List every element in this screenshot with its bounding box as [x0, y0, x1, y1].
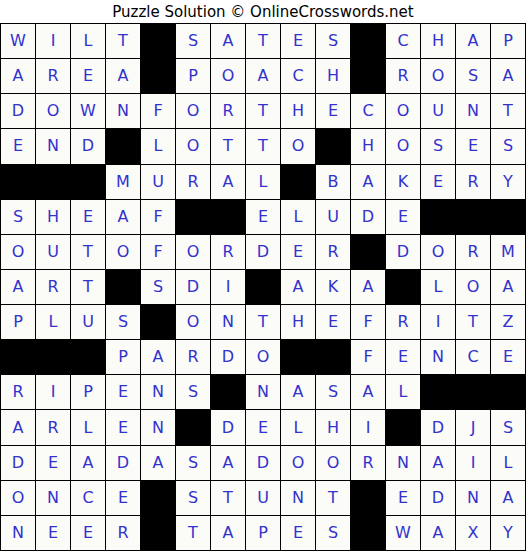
letter-cell-r7c6: O — [176, 235, 211, 270]
letter-cell-r1c10: S — [316, 24, 351, 59]
letter-cell-r14c14: N — [456, 481, 491, 516]
crossword-solution-page: Puzzle Solution © OnlineCrosswords.net W… — [0, 0, 526, 551]
letter-cell-r1c3: L — [71, 24, 106, 59]
letter-cell-r1c15: P — [491, 24, 526, 59]
letter-cell-r13c11: R — [351, 446, 386, 481]
letter-cell-r2c13: O — [421, 59, 456, 94]
letter-cell-r1c9: E — [281, 24, 316, 59]
letter-cell-r2c9: C — [281, 59, 316, 94]
letter-cell-r12c1: A — [1, 410, 36, 445]
letter-cell-r7c14: R — [456, 235, 491, 270]
letter-cell-r3c6: O — [176, 94, 211, 129]
letter-cell-r4c8: T — [246, 129, 281, 164]
letter-cell-r13c2: E — [36, 446, 71, 481]
letter-cell-r1c1: W — [1, 24, 36, 59]
letter-cell-r13c14: I — [456, 446, 491, 481]
letter-cell-r6c3: E — [71, 200, 106, 235]
black-cell-r14c5 — [141, 481, 176, 516]
letter-cell-r10c13: N — [421, 340, 456, 375]
black-cell-r11c7 — [211, 375, 246, 410]
letter-cell-r11c5: N — [141, 375, 176, 410]
letter-cell-r8c3: T — [71, 270, 106, 305]
black-cell-r5c3 — [71, 165, 106, 200]
letter-cell-r2c12: R — [386, 59, 421, 94]
letter-cell-r14c6: S — [176, 481, 211, 516]
letter-cell-r14c1: O — [1, 481, 36, 516]
letter-cell-r8c9: A — [281, 270, 316, 305]
letter-cell-r11c8: N — [246, 375, 281, 410]
letter-cell-r1c2: I — [36, 24, 71, 59]
black-cell-r10c9 — [281, 340, 316, 375]
letter-cell-r1c6: S — [176, 24, 211, 59]
letter-cell-r5c10: B — [316, 165, 351, 200]
letter-cell-r13c8: D — [246, 446, 281, 481]
black-cell-r2c5 — [141, 59, 176, 94]
letter-cell-r4c15: S — [491, 129, 526, 164]
letter-cell-r8c7: I — [211, 270, 246, 305]
letter-cell-r8c1: A — [1, 270, 36, 305]
letter-cell-r3c7: R — [211, 94, 246, 129]
letter-cell-r12c5: N — [141, 410, 176, 445]
letter-cell-r2c1: A — [1, 59, 36, 94]
letter-cell-r5c8: L — [246, 165, 281, 200]
letter-cell-r3c14: N — [456, 94, 491, 129]
letter-cell-r5c7: A — [211, 165, 246, 200]
letter-cell-r6c9: L — [281, 200, 316, 235]
letter-cell-r2c10: H — [316, 59, 351, 94]
letter-cell-r5c11: A — [351, 165, 386, 200]
black-cell-r2c11 — [351, 59, 386, 94]
letter-cell-r9c12: R — [386, 305, 421, 340]
letter-cell-r13c13: A — [421, 446, 456, 481]
letter-cell-r11c4: E — [106, 375, 141, 410]
letter-cell-r8c14: O — [456, 270, 491, 305]
letter-cell-r9c4: S — [106, 305, 141, 340]
letter-cell-r10c6: R — [176, 340, 211, 375]
letter-cell-r3c3: W — [71, 94, 106, 129]
black-cell-r1c11 — [351, 24, 386, 59]
letter-cell-r4c5: L — [141, 129, 176, 164]
letter-cell-r3c4: N — [106, 94, 141, 129]
letter-cell-r14c7: T — [211, 481, 246, 516]
black-cell-r14c11 — [351, 481, 386, 516]
letter-cell-r13c10: O — [316, 446, 351, 481]
letter-cell-r14c2: N — [36, 481, 71, 516]
letter-cell-r8c5: S — [141, 270, 176, 305]
letter-cell-r12c15: S — [491, 410, 526, 445]
black-cell-r8c8 — [246, 270, 281, 305]
black-cell-r11c13 — [421, 375, 456, 410]
letter-cell-r12c11: I — [351, 410, 386, 445]
letter-cell-r8c10: K — [316, 270, 351, 305]
letter-cell-r2c6: P — [176, 59, 211, 94]
black-cell-r11c14 — [456, 375, 491, 410]
letter-cell-r4c6: O — [176, 129, 211, 164]
black-cell-r6c13 — [421, 200, 456, 235]
letter-cell-r5c15: Y — [491, 165, 526, 200]
letter-cell-r7c5: F — [141, 235, 176, 270]
letter-cell-r9c6: O — [176, 305, 211, 340]
letter-cell-r10c4: P — [106, 340, 141, 375]
letter-cell-r12c8: E — [246, 410, 281, 445]
black-cell-r15c11 — [351, 516, 386, 551]
letter-cell-r9c13: I — [421, 305, 456, 340]
letter-cell-r12c4: E — [106, 410, 141, 445]
letter-cell-r2c15: A — [491, 59, 526, 94]
letter-cell-r14c13: D — [421, 481, 456, 516]
letter-cell-r11c9: A — [281, 375, 316, 410]
black-cell-r5c2 — [36, 165, 71, 200]
black-cell-r7c11 — [351, 235, 386, 270]
letter-cell-r8c2: R — [36, 270, 71, 305]
letter-cell-r15c8: P — [246, 516, 281, 551]
black-cell-r10c1 — [1, 340, 36, 375]
letter-cell-r15c10: S — [316, 516, 351, 551]
letter-cell-r3c2: O — [36, 94, 71, 129]
letter-cell-r7c10: R — [316, 235, 351, 270]
letter-cell-r5c5: U — [141, 165, 176, 200]
letter-cell-r9c7: N — [211, 305, 246, 340]
black-cell-r15c5 — [141, 516, 176, 551]
black-cell-r6c6 — [176, 200, 211, 235]
letter-cell-r7c12: D — [386, 235, 421, 270]
letter-cell-r8c11: A — [351, 270, 386, 305]
letter-cell-r12c10: H — [316, 410, 351, 445]
letter-cell-r9c15: Z — [491, 305, 526, 340]
letter-cell-r12c7: D — [211, 410, 246, 445]
letter-cell-r7c15: M — [491, 235, 526, 270]
letter-cell-r4c12: O — [386, 129, 421, 164]
letter-cell-r5c13: E — [421, 165, 456, 200]
letter-cell-r7c2: U — [36, 235, 71, 270]
letter-cell-r9c10: E — [316, 305, 351, 340]
letter-cell-r5c6: R — [176, 165, 211, 200]
letter-cell-r3c15: T — [491, 94, 526, 129]
letter-cell-r3c5: F — [141, 94, 176, 129]
letter-cell-r2c4: A — [106, 59, 141, 94]
letter-cell-r5c12: K — [386, 165, 421, 200]
black-cell-r6c7 — [211, 200, 246, 235]
black-cell-r5c1 — [1, 165, 36, 200]
letter-cell-r2c3: E — [71, 59, 106, 94]
black-cell-r4c10 — [316, 129, 351, 164]
letter-cell-r12c13: D — [421, 410, 456, 445]
letter-cell-r6c12: E — [386, 200, 421, 235]
letter-cell-r10c7: D — [211, 340, 246, 375]
letter-cell-r11c12: L — [386, 375, 421, 410]
letter-cell-r2c7: O — [211, 59, 246, 94]
letter-cell-r4c14: E — [456, 129, 491, 164]
letter-cell-r11c11: A — [351, 375, 386, 410]
letter-cell-r9c14: T — [456, 305, 491, 340]
letter-cell-r7c1: O — [1, 235, 36, 270]
letter-cell-r3c10: E — [316, 94, 351, 129]
letter-cell-r10c14: C — [456, 340, 491, 375]
letter-cell-r5c14: R — [456, 165, 491, 200]
letter-cell-r1c14: A — [456, 24, 491, 59]
black-cell-r5c9 — [281, 165, 316, 200]
letter-cell-r14c10: T — [316, 481, 351, 516]
letter-cell-r12c3: L — [71, 410, 106, 445]
letter-cell-r7c7: R — [211, 235, 246, 270]
letter-cell-r4c1: E — [1, 129, 36, 164]
letter-cell-r6c1: S — [1, 200, 36, 235]
letter-cell-r14c8: U — [246, 481, 281, 516]
letter-cell-r13c15: L — [491, 446, 526, 481]
letter-cell-r3c11: C — [351, 94, 386, 129]
black-cell-r4c4 — [106, 129, 141, 164]
letter-cell-r15c7: A — [211, 516, 246, 551]
letter-cell-r3c1: D — [1, 94, 36, 129]
letter-cell-r1c12: C — [386, 24, 421, 59]
letter-cell-r9c3: U — [71, 305, 106, 340]
letter-cell-r7c4: O — [106, 235, 141, 270]
letter-cell-r15c13: A — [421, 516, 456, 551]
letter-cell-r9c2: L — [36, 305, 71, 340]
letter-cell-r13c4: D — [106, 446, 141, 481]
letter-cell-r7c3: T — [71, 235, 106, 270]
letter-cell-r13c3: A — [71, 446, 106, 481]
letter-cell-r14c3: C — [71, 481, 106, 516]
letter-cell-r3c13: U — [421, 94, 456, 129]
letter-cell-r9c11: F — [351, 305, 386, 340]
letter-cell-r3c9: H — [281, 94, 316, 129]
black-cell-r10c2 — [36, 340, 71, 375]
letter-cell-r7c8: D — [246, 235, 281, 270]
letter-cell-r11c6: S — [176, 375, 211, 410]
letter-cell-r6c4: A — [106, 200, 141, 235]
black-cell-r12c6 — [176, 410, 211, 445]
letter-cell-r15c2: E — [36, 516, 71, 551]
letter-cell-r9c8: T — [246, 305, 281, 340]
letter-cell-r15c6: T — [176, 516, 211, 551]
letter-cell-r3c12: O — [386, 94, 421, 129]
letter-cell-r4c9: O — [281, 129, 316, 164]
black-cell-r1c5 — [141, 24, 176, 59]
letter-cell-r15c12: W — [386, 516, 421, 551]
black-cell-r9c5 — [141, 305, 176, 340]
letter-cell-r1c13: H — [421, 24, 456, 59]
letter-cell-r13c5: A — [141, 446, 176, 481]
letter-cell-r12c14: J — [456, 410, 491, 445]
letter-cell-r6c11: D — [351, 200, 386, 235]
letter-cell-r11c1: R — [1, 375, 36, 410]
letter-cell-r4c2: N — [36, 129, 71, 164]
letter-cell-r13c6: S — [176, 446, 211, 481]
letter-cell-r8c6: D — [176, 270, 211, 305]
letter-cell-r1c8: T — [246, 24, 281, 59]
letter-cell-r6c10: U — [316, 200, 351, 235]
letter-cell-r14c4: E — [106, 481, 141, 516]
black-cell-r12c12 — [386, 410, 421, 445]
letter-cell-r1c7: A — [211, 24, 246, 59]
letter-cell-r7c9: E — [281, 235, 316, 270]
letter-cell-r10c8: O — [246, 340, 281, 375]
letter-cell-r4c3: D — [71, 129, 106, 164]
letter-cell-r13c7: A — [211, 446, 246, 481]
letter-cell-r2c14: S — [456, 59, 491, 94]
black-cell-r10c3 — [71, 340, 106, 375]
letter-cell-r6c2: H — [36, 200, 71, 235]
black-cell-r8c4 — [106, 270, 141, 305]
crossword-grid: WILTSATESCHAPAREAPOACHROSADOWNFORTHECOUN… — [0, 23, 526, 551]
letter-cell-r5c4: M — [106, 165, 141, 200]
letter-cell-r6c8: E — [246, 200, 281, 235]
letter-cell-r14c12: E — [386, 481, 421, 516]
letter-cell-r4c11: H — [351, 129, 386, 164]
page-title: Puzzle Solution © OnlineCrosswords.net — [0, 0, 526, 23]
letter-cell-r7c13: O — [421, 235, 456, 270]
letter-cell-r2c8: A — [246, 59, 281, 94]
black-cell-r6c14 — [456, 200, 491, 235]
letter-cell-r3c8: T — [246, 94, 281, 129]
letter-cell-r8c15: A — [491, 270, 526, 305]
letter-cell-r12c2: R — [36, 410, 71, 445]
letter-cell-r10c12: E — [386, 340, 421, 375]
letter-cell-r9c1: P — [1, 305, 36, 340]
black-cell-r8c12 — [386, 270, 421, 305]
black-cell-r6c15 — [491, 200, 526, 235]
letter-cell-r4c7: T — [211, 129, 246, 164]
letter-cell-r13c1: D — [1, 446, 36, 481]
letter-cell-r14c9: N — [281, 481, 316, 516]
letter-cell-r13c9: O — [281, 446, 316, 481]
letter-cell-r11c3: P — [71, 375, 106, 410]
letter-cell-r9c9: H — [281, 305, 316, 340]
letter-cell-r15c15: Y — [491, 516, 526, 551]
letter-cell-r10c15: E — [491, 340, 526, 375]
letter-cell-r15c1: N — [1, 516, 36, 551]
letter-cell-r1c4: T — [106, 24, 141, 59]
letter-cell-r2c2: R — [36, 59, 71, 94]
letter-cell-r11c10: S — [316, 375, 351, 410]
letter-cell-r12c9: L — [281, 410, 316, 445]
letter-cell-r8c13: L — [421, 270, 456, 305]
letter-cell-r10c11: F — [351, 340, 386, 375]
letter-cell-r6c5: F — [141, 200, 176, 235]
black-cell-r10c10 — [316, 340, 351, 375]
black-cell-r11c15 — [491, 375, 526, 410]
letter-cell-r10c5: A — [141, 340, 176, 375]
letter-cell-r11c2: I — [36, 375, 71, 410]
letter-cell-r15c9: E — [281, 516, 316, 551]
letter-cell-r15c14: X — [456, 516, 491, 551]
letter-cell-r15c4: R — [106, 516, 141, 551]
letter-cell-r14c15: A — [491, 481, 526, 516]
letter-cell-r4c13: S — [421, 129, 456, 164]
letter-cell-r13c12: N — [386, 446, 421, 481]
letter-cell-r15c3: E — [71, 516, 106, 551]
